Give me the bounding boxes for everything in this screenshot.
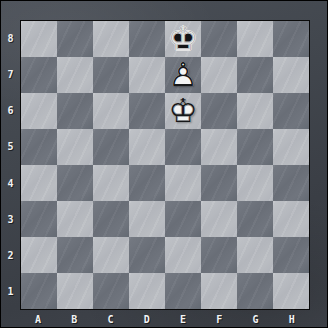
square-a8[interactable] [21, 21, 57, 57]
square-a5[interactable] [21, 129, 57, 165]
square-f1[interactable] [201, 273, 237, 309]
file-label-a: A [20, 310, 56, 328]
square-b5[interactable] [57, 129, 93, 165]
square-d7[interactable] [129, 57, 165, 93]
square-e4[interactable] [165, 165, 201, 201]
square-d8[interactable] [129, 21, 165, 57]
square-f5[interactable] [201, 129, 237, 165]
square-a1[interactable] [21, 273, 57, 309]
rank-label-7: 7 [1, 56, 20, 92]
square-b4[interactable] [57, 165, 93, 201]
square-a3[interactable] [21, 201, 57, 237]
square-e8[interactable]: ♚♔ [165, 21, 201, 57]
square-b2[interactable] [57, 237, 93, 273]
square-g2[interactable] [237, 237, 273, 273]
chessboard-frame: ♚♔♟♙♚♔ 87654321 ABCDEFGH [0, 0, 328, 328]
file-label-e: E [165, 310, 201, 328]
square-b6[interactable] [57, 93, 93, 129]
square-b1[interactable] [57, 273, 93, 309]
square-c1[interactable] [93, 273, 129, 309]
square-c5[interactable] [93, 129, 129, 165]
square-f8[interactable] [201, 21, 237, 57]
square-e2[interactable] [165, 237, 201, 273]
square-g8[interactable] [237, 21, 273, 57]
rank-label-8: 8 [1, 20, 20, 56]
rank-label-2: 2 [1, 238, 20, 274]
square-a6[interactable] [21, 93, 57, 129]
chess-board: ♚♔♟♙♚♔ [20, 20, 310, 310]
square-b3[interactable] [57, 201, 93, 237]
square-d3[interactable] [129, 201, 165, 237]
square-d5[interactable] [129, 129, 165, 165]
square-a7[interactable] [21, 57, 57, 93]
file-label-g: G [238, 310, 274, 328]
square-c6[interactable] [93, 93, 129, 129]
piece-white-king: ♚♔ [165, 93, 201, 129]
square-f2[interactable] [201, 237, 237, 273]
square-f4[interactable] [201, 165, 237, 201]
rank-label-4: 4 [1, 165, 20, 201]
square-b7[interactable] [57, 57, 93, 93]
square-h3[interactable] [273, 201, 309, 237]
file-label-c: C [93, 310, 129, 328]
square-d6[interactable] [129, 93, 165, 129]
square-e1[interactable] [165, 273, 201, 309]
square-g3[interactable] [237, 201, 273, 237]
square-b8[interactable] [57, 21, 93, 57]
file-labels: ABCDEFGH [20, 310, 310, 328]
square-g5[interactable] [237, 129, 273, 165]
square-d4[interactable] [129, 165, 165, 201]
square-e7[interactable]: ♟♙ [165, 57, 201, 93]
rank-label-6: 6 [1, 93, 20, 129]
square-e6[interactable]: ♚♔ [165, 93, 201, 129]
square-g7[interactable] [237, 57, 273, 93]
rank-label-3: 3 [1, 201, 20, 237]
square-e5[interactable] [165, 129, 201, 165]
square-c7[interactable] [93, 57, 129, 93]
square-f6[interactable] [201, 93, 237, 129]
file-label-d: D [129, 310, 165, 328]
square-g4[interactable] [237, 165, 273, 201]
square-c4[interactable] [93, 165, 129, 201]
square-h6[interactable] [273, 93, 309, 129]
square-d2[interactable] [129, 237, 165, 273]
square-h4[interactable] [273, 165, 309, 201]
square-h7[interactable] [273, 57, 309, 93]
piece-black-king: ♚♔ [165, 21, 201, 57]
square-a2[interactable] [21, 237, 57, 273]
square-c8[interactable] [93, 21, 129, 57]
square-h2[interactable] [273, 237, 309, 273]
square-h5[interactable] [273, 129, 309, 165]
square-g6[interactable] [237, 93, 273, 129]
square-a4[interactable] [21, 165, 57, 201]
rank-labels: 87654321 [1, 20, 20, 310]
rank-label-5: 5 [1, 129, 20, 165]
square-d1[interactable] [129, 273, 165, 309]
square-g1[interactable] [237, 273, 273, 309]
piece-white-pawn: ♟♙ [165, 57, 201, 93]
rank-label-1: 1 [1, 274, 20, 310]
square-e3[interactable] [165, 201, 201, 237]
square-f7[interactable] [201, 57, 237, 93]
square-f3[interactable] [201, 201, 237, 237]
square-h8[interactable] [273, 21, 309, 57]
file-label-b: B [56, 310, 92, 328]
square-h1[interactable] [273, 273, 309, 309]
square-c3[interactable] [93, 201, 129, 237]
file-label-f: F [201, 310, 237, 328]
file-label-h: H [274, 310, 310, 328]
square-c2[interactable] [93, 237, 129, 273]
